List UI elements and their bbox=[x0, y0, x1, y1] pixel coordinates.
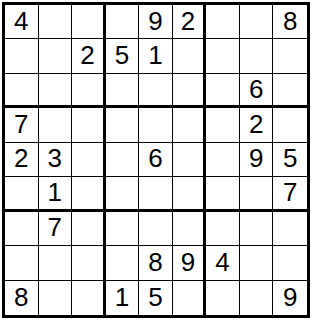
cell-r9c9[interactable]: 9 bbox=[273, 281, 307, 315]
cell-r4c4[interactable] bbox=[106, 108, 140, 142]
given-digit: 8 bbox=[148, 249, 162, 275]
cell-r2c3[interactable]: 2 bbox=[72, 39, 106, 73]
given-digit: 2 bbox=[181, 8, 195, 34]
cell-r7c6[interactable] bbox=[173, 212, 207, 246]
cell-r6c3[interactable] bbox=[72, 177, 106, 211]
cell-r3c1[interactable] bbox=[5, 74, 39, 108]
cell-r4c6[interactable] bbox=[173, 108, 207, 142]
cell-r3c7[interactable] bbox=[206, 74, 240, 108]
cell-r1c2[interactable] bbox=[39, 5, 73, 39]
cell-r7c4[interactable] bbox=[106, 212, 140, 246]
given-digit: 1 bbox=[115, 284, 129, 310]
given-digit: 4 bbox=[14, 8, 28, 34]
cell-r6c7[interactable] bbox=[206, 177, 240, 211]
cell-r8c8[interactable] bbox=[240, 246, 274, 280]
cell-r3c4[interactable] bbox=[106, 74, 140, 108]
given-digit: 1 bbox=[48, 179, 62, 205]
cell-r4c9[interactable] bbox=[273, 108, 307, 142]
sudoku-board: 4928251672236951778948159 bbox=[2, 2, 310, 318]
cell-r9c7[interactable] bbox=[206, 281, 240, 315]
given-digit: 9 bbox=[181, 249, 195, 275]
cell-r5c2[interactable]: 3 bbox=[39, 143, 73, 177]
cell-r5c6[interactable] bbox=[173, 143, 207, 177]
given-digit: 7 bbox=[48, 214, 62, 240]
cell-r4c3[interactable] bbox=[72, 108, 106, 142]
cell-r6c4[interactable] bbox=[106, 177, 140, 211]
cell-r3c8[interactable]: 6 bbox=[240, 74, 274, 108]
cell-r7c7[interactable] bbox=[206, 212, 240, 246]
cell-r8c1[interactable] bbox=[5, 246, 39, 280]
cell-r1c7[interactable] bbox=[206, 5, 240, 39]
cell-r9c2[interactable] bbox=[39, 281, 73, 315]
given-digit: 9 bbox=[148, 8, 162, 34]
cell-r5c9[interactable]: 5 bbox=[273, 143, 307, 177]
given-digit: 6 bbox=[249, 76, 263, 102]
cell-r1c6[interactable]: 2 bbox=[173, 5, 207, 39]
cell-r7c5[interactable] bbox=[139, 212, 173, 246]
given-digit: 2 bbox=[14, 145, 28, 171]
given-digit: 2 bbox=[249, 111, 263, 137]
cell-r2c2[interactable] bbox=[39, 39, 73, 73]
given-digit: 8 bbox=[283, 8, 297, 34]
cell-r5c4[interactable] bbox=[106, 143, 140, 177]
given-digit: 5 bbox=[148, 284, 162, 310]
cell-r8c2[interactable] bbox=[39, 246, 73, 280]
cell-r1c4[interactable] bbox=[106, 5, 140, 39]
cell-r3c9[interactable] bbox=[273, 74, 307, 108]
cell-r6c6[interactable] bbox=[173, 177, 207, 211]
cell-r7c1[interactable] bbox=[5, 212, 39, 246]
given-digit: 3 bbox=[48, 145, 62, 171]
cell-r4c1[interactable]: 7 bbox=[5, 108, 39, 142]
cell-r2c1[interactable] bbox=[5, 39, 39, 73]
given-digit: 4 bbox=[215, 249, 229, 275]
cell-r5c7[interactable] bbox=[206, 143, 240, 177]
cell-r4c2[interactable] bbox=[39, 108, 73, 142]
cell-r4c5[interactable] bbox=[139, 108, 173, 142]
given-digit: 2 bbox=[80, 42, 94, 68]
given-digit: 7 bbox=[283, 179, 297, 205]
cell-r7c8[interactable] bbox=[240, 212, 274, 246]
cell-r5c1[interactable]: 2 bbox=[5, 143, 39, 177]
cell-r2c7[interactable] bbox=[206, 39, 240, 73]
cell-r3c3[interactable] bbox=[72, 74, 106, 108]
cell-r8c9[interactable] bbox=[273, 246, 307, 280]
cell-r9c4[interactable]: 1 bbox=[106, 281, 140, 315]
cell-r1c5[interactable]: 9 bbox=[139, 5, 173, 39]
given-digit: 7 bbox=[14, 111, 28, 137]
given-digit: 5 bbox=[283, 145, 297, 171]
cell-r6c2[interactable]: 1 bbox=[39, 177, 73, 211]
cell-r7c9[interactable] bbox=[273, 212, 307, 246]
given-digit: 9 bbox=[249, 145, 263, 171]
cell-r1c1[interactable]: 4 bbox=[5, 5, 39, 39]
cell-r9c3[interactable] bbox=[72, 281, 106, 315]
cell-r2c6[interactable] bbox=[173, 39, 207, 73]
cell-r7c2[interactable]: 7 bbox=[39, 212, 73, 246]
given-digit: 6 bbox=[148, 145, 162, 171]
given-digit: 9 bbox=[283, 284, 297, 310]
cell-r1c3[interactable] bbox=[72, 5, 106, 39]
cell-r5c3[interactable] bbox=[72, 143, 106, 177]
cell-r8c4[interactable] bbox=[106, 246, 140, 280]
cell-r1c8[interactable] bbox=[240, 5, 274, 39]
cell-r8c5[interactable]: 8 bbox=[139, 246, 173, 280]
cell-r3c5[interactable] bbox=[139, 74, 173, 108]
cell-r2c8[interactable] bbox=[240, 39, 274, 73]
cell-r9c6[interactable] bbox=[173, 281, 207, 315]
cell-r9c5[interactable]: 5 bbox=[139, 281, 173, 315]
cell-r8c7[interactable]: 4 bbox=[206, 246, 240, 280]
cell-r5c8[interactable]: 9 bbox=[240, 143, 274, 177]
cell-r2c9[interactable] bbox=[273, 39, 307, 73]
cell-r2c4[interactable]: 5 bbox=[106, 39, 140, 73]
given-digit: 8 bbox=[14, 284, 28, 310]
cell-r1c9[interactable]: 8 bbox=[273, 5, 307, 39]
cell-r8c6[interactable]: 9 bbox=[173, 246, 207, 280]
given-digit: 5 bbox=[115, 42, 129, 68]
cell-r6c8[interactable] bbox=[240, 177, 274, 211]
cell-r2c5[interactable]: 1 bbox=[139, 39, 173, 73]
given-digit: 1 bbox=[148, 42, 162, 68]
cell-r9c8[interactable] bbox=[240, 281, 274, 315]
cell-r5c5[interactable]: 6 bbox=[139, 143, 173, 177]
cell-r4c7[interactable] bbox=[206, 108, 240, 142]
cell-r9c1[interactable]: 8 bbox=[5, 281, 39, 315]
cell-r6c1[interactable] bbox=[5, 177, 39, 211]
cell-r3c2[interactable] bbox=[39, 74, 73, 108]
cell-r6c5[interactable] bbox=[139, 177, 173, 211]
cell-r7c3[interactable] bbox=[72, 212, 106, 246]
cell-r4c8[interactable]: 2 bbox=[240, 108, 274, 142]
cell-r8c3[interactable] bbox=[72, 246, 106, 280]
cell-r6c9[interactable]: 7 bbox=[273, 177, 307, 211]
cell-r3c6[interactable] bbox=[173, 74, 207, 108]
